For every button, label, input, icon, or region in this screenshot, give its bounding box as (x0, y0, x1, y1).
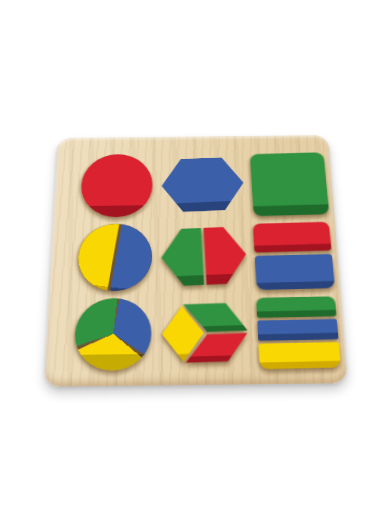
cell-r2c1 (74, 223, 154, 291)
piece-circle-2[interactable] (76, 223, 151, 291)
cell-r3c2 (161, 297, 250, 370)
cell-r1c1 (77, 154, 154, 218)
piece-square-1[interactable] (249, 152, 328, 216)
cell-r1c3 (250, 152, 329, 216)
piece-hexagon-1[interactable] (161, 156, 246, 212)
piece-circle-3[interactable] (73, 298, 151, 371)
cell-r3c3 (255, 296, 340, 369)
piece-square-3[interactable] (256, 296, 341, 369)
cell-r2c3 (252, 221, 334, 289)
part-yellow (258, 341, 341, 368)
piece-square-2[interactable] (252, 221, 334, 289)
part-blue (257, 318, 338, 340)
puzzle-grid (71, 152, 341, 369)
piece-circle-1[interactable] (80, 154, 153, 218)
product-photo-background (0, 0, 388, 517)
cell-r2c2 (161, 222, 247, 290)
board-wrap (44, 135, 348, 387)
cell-r1c2 (162, 153, 245, 217)
edge-shade (73, 298, 151, 371)
cell-r3c1 (71, 298, 154, 371)
piece-hexagon-2[interactable] (160, 226, 248, 286)
part-blue (254, 254, 334, 290)
half-split-seam (76, 223, 151, 291)
piece-hexagon-3[interactable] (161, 301, 251, 365)
part-red (252, 221, 331, 252)
part-green (256, 296, 336, 317)
